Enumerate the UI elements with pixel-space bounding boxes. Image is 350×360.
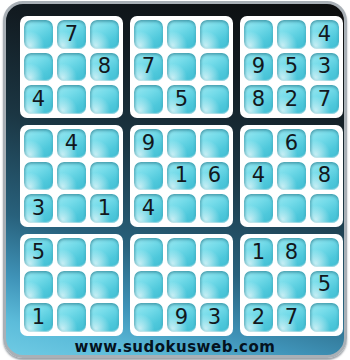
cell-r2c8: 5 <box>277 53 306 82</box>
cell-r2c1[interactable] <box>24 53 53 82</box>
box-3-1: 51 <box>20 234 123 336</box>
box-1-1: 784 <box>20 16 123 118</box>
cell-r7c1: 5 <box>24 238 53 267</box>
sudoku-app: 7847549538274319164648519318527 www.sudo… <box>0 0 350 360</box>
cell-r2c2[interactable] <box>57 53 86 82</box>
sudoku-board: 7847549538274319164648519318527 <box>20 16 343 336</box>
cell-r3c7: 8 <box>244 85 273 114</box>
cell-r4c9[interactable] <box>310 129 339 158</box>
cell-r9c5: 9 <box>167 303 196 332</box>
cell-r9c6: 3 <box>200 303 229 332</box>
cell-r3c8: 2 <box>277 85 306 114</box>
cell-r8c1[interactable] <box>24 271 53 300</box>
cell-r3c4[interactable] <box>134 85 163 114</box>
cell-r7c2[interactable] <box>57 238 86 267</box>
cell-r1c2: 7 <box>57 20 86 49</box>
cell-r8c3[interactable] <box>90 271 119 300</box>
cell-r6c9[interactable] <box>310 194 339 223</box>
cell-r9c1: 1 <box>24 303 53 332</box>
cell-r8c6[interactable] <box>200 271 229 300</box>
cell-r3c1: 4 <box>24 85 53 114</box>
cell-r2c3: 8 <box>90 53 119 82</box>
cell-r1c5[interactable] <box>167 20 196 49</box>
cell-r6c2[interactable] <box>57 194 86 223</box>
cell-r1c8[interactable] <box>277 20 306 49</box>
cell-r1c4[interactable] <box>134 20 163 49</box>
website-link[interactable]: www.sudokusweb.com <box>75 338 276 356</box>
cell-r7c9[interactable] <box>310 238 339 267</box>
cell-r8c9: 5 <box>310 271 339 300</box>
cell-r5c7: 4 <box>244 162 273 191</box>
box-1-3: 4953827 <box>240 16 343 118</box>
cell-r3c5: 5 <box>167 85 196 114</box>
box-2-2: 9164 <box>130 125 233 227</box>
cell-r4c3[interactable] <box>90 129 119 158</box>
cell-r1c1[interactable] <box>24 20 53 49</box>
cell-r5c6: 6 <box>200 162 229 191</box>
cell-r9c3[interactable] <box>90 303 119 332</box>
cell-r5c4[interactable] <box>134 162 163 191</box>
board-frame: 7847549538274319164648519318527 www.sudo… <box>3 1 347 358</box>
box-2-1: 431 <box>20 125 123 227</box>
cell-r4c1[interactable] <box>24 129 53 158</box>
cell-r9c9[interactable] <box>310 303 339 332</box>
cell-r4c5[interactable] <box>167 129 196 158</box>
cell-r2c5[interactable] <box>167 53 196 82</box>
cell-r3c2[interactable] <box>57 85 86 114</box>
cell-r8c4[interactable] <box>134 271 163 300</box>
cell-r1c7[interactable] <box>244 20 273 49</box>
box-1-2: 75 <box>130 16 233 118</box>
cell-r3c3[interactable] <box>90 85 119 114</box>
cell-r1c9: 4 <box>310 20 339 49</box>
cell-r2c9: 3 <box>310 53 339 82</box>
cell-r6c7[interactable] <box>244 194 273 223</box>
cell-r2c6[interactable] <box>200 53 229 82</box>
cell-r2c4: 7 <box>134 53 163 82</box>
cell-r4c2: 4 <box>57 129 86 158</box>
cell-r1c3[interactable] <box>90 20 119 49</box>
cell-r9c2[interactable] <box>57 303 86 332</box>
cell-r6c1: 3 <box>24 194 53 223</box>
cell-r5c5: 1 <box>167 162 196 191</box>
cell-r6c8[interactable] <box>277 194 306 223</box>
cell-r6c6[interactable] <box>200 194 229 223</box>
cell-r4c4: 9 <box>134 129 163 158</box>
cell-r8c8[interactable] <box>277 271 306 300</box>
cell-r8c7[interactable] <box>244 271 273 300</box>
cell-r6c5[interactable] <box>167 194 196 223</box>
footer: www.sudokusweb.com <box>6 337 344 356</box>
cell-r7c3[interactable] <box>90 238 119 267</box>
cell-r6c4: 4 <box>134 194 163 223</box>
cell-r8c5[interactable] <box>167 271 196 300</box>
cell-r5c8[interactable] <box>277 162 306 191</box>
box-2-3: 648 <box>240 125 343 227</box>
cell-r7c6[interactable] <box>200 238 229 267</box>
cell-r6c3: 1 <box>90 194 119 223</box>
cell-r4c7[interactable] <box>244 129 273 158</box>
cell-r5c9: 8 <box>310 162 339 191</box>
cell-r9c4[interactable] <box>134 303 163 332</box>
cell-r5c1[interactable] <box>24 162 53 191</box>
cell-r5c2[interactable] <box>57 162 86 191</box>
box-3-3: 18527 <box>240 234 343 336</box>
cell-r4c6[interactable] <box>200 129 229 158</box>
cell-r9c8: 7 <box>277 303 306 332</box>
cell-r1c6[interactable] <box>200 20 229 49</box>
cell-r5c3[interactable] <box>90 162 119 191</box>
cell-r7c4[interactable] <box>134 238 163 267</box>
box-3-2: 93 <box>130 234 233 336</box>
cell-r4c8: 6 <box>277 129 306 158</box>
cell-r7c7: 1 <box>244 238 273 267</box>
cell-r3c9: 7 <box>310 85 339 114</box>
cell-r7c5[interactable] <box>167 238 196 267</box>
cell-r3c6[interactable] <box>200 85 229 114</box>
cell-r8c2[interactable] <box>57 271 86 300</box>
cell-r7c8: 8 <box>277 238 306 267</box>
cell-r2c7: 9 <box>244 53 273 82</box>
cell-r9c7: 2 <box>244 303 273 332</box>
